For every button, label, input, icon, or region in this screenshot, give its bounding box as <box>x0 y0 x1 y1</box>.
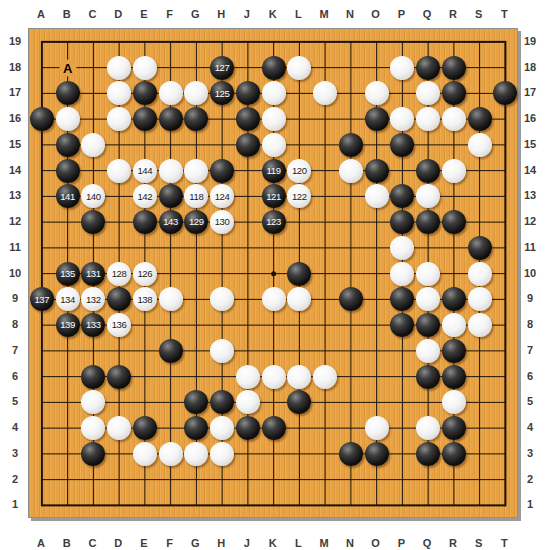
point-H13[interactable]: 124 <box>209 184 235 210</box>
point-H18[interactable]: 127 <box>209 55 235 81</box>
point-E18[interactable] <box>132 55 158 81</box>
point-O11[interactable] <box>364 235 390 261</box>
point-E19[interactable] <box>132 29 158 55</box>
point-A5[interactable] <box>29 390 55 416</box>
point-O4[interactable] <box>364 415 390 441</box>
point-D6[interactable] <box>106 364 132 390</box>
point-H15[interactable] <box>209 132 235 158</box>
point-M8[interactable] <box>312 312 338 338</box>
point-C9[interactable]: 132 <box>81 287 107 313</box>
point-R2[interactable] <box>441 467 467 493</box>
point-G7[interactable] <box>184 338 210 364</box>
point-Q13[interactable] <box>415 184 441 210</box>
point-M16[interactable] <box>312 106 338 132</box>
point-B1[interactable] <box>55 493 81 519</box>
point-N8[interactable] <box>338 312 364 338</box>
point-H8[interactable] <box>209 312 235 338</box>
point-A13[interactable] <box>29 184 55 210</box>
point-E3[interactable] <box>132 441 158 467</box>
point-S2[interactable] <box>467 467 493 493</box>
point-F18[interactable] <box>158 55 184 81</box>
point-P8[interactable] <box>390 312 416 338</box>
point-F3[interactable] <box>158 441 184 467</box>
point-L9[interactable] <box>287 287 313 313</box>
point-E12[interactable] <box>132 209 158 235</box>
point-L19[interactable] <box>287 29 313 55</box>
point-Q14[interactable] <box>415 158 441 184</box>
point-T15[interactable] <box>493 132 519 158</box>
point-R3[interactable] <box>441 441 467 467</box>
point-E15[interactable] <box>132 132 158 158</box>
point-F13[interactable] <box>158 184 184 210</box>
point-M3[interactable] <box>312 441 338 467</box>
point-Q18[interactable] <box>415 55 441 81</box>
point-Q7[interactable] <box>415 338 441 364</box>
point-S4[interactable] <box>467 415 493 441</box>
point-E10[interactable]: 126 <box>132 261 158 287</box>
point-R11[interactable] <box>441 235 467 261</box>
point-S8[interactable] <box>467 312 493 338</box>
point-S11[interactable] <box>467 235 493 261</box>
point-H19[interactable] <box>209 29 235 55</box>
point-S19[interactable] <box>467 29 493 55</box>
point-T16[interactable] <box>493 106 519 132</box>
point-T7[interactable] <box>493 338 519 364</box>
point-D15[interactable] <box>106 132 132 158</box>
point-J11[interactable] <box>235 235 261 261</box>
point-A9[interactable]: 137 <box>29 287 55 313</box>
point-F5[interactable] <box>158 390 184 416</box>
point-L2[interactable] <box>287 467 313 493</box>
point-J10[interactable] <box>235 261 261 287</box>
point-K13[interactable]: 121 <box>261 184 287 210</box>
point-O14[interactable] <box>364 158 390 184</box>
point-T5[interactable] <box>493 390 519 416</box>
point-F12[interactable]: 143 <box>158 209 184 235</box>
point-L8[interactable] <box>287 312 313 338</box>
point-D9[interactable] <box>106 287 132 313</box>
point-F19[interactable] <box>158 29 184 55</box>
point-A14[interactable] <box>29 158 55 184</box>
point-K16[interactable] <box>261 106 287 132</box>
point-O1[interactable] <box>364 493 390 519</box>
point-J19[interactable] <box>235 29 261 55</box>
point-E6[interactable] <box>132 364 158 390</box>
point-Q16[interactable] <box>415 106 441 132</box>
point-D2[interactable] <box>106 467 132 493</box>
point-Q4[interactable] <box>415 415 441 441</box>
point-C3[interactable] <box>81 441 107 467</box>
point-T19[interactable] <box>493 29 519 55</box>
point-K2[interactable] <box>261 467 287 493</box>
point-M9[interactable] <box>312 287 338 313</box>
point-A2[interactable] <box>29 467 55 493</box>
point-J18[interactable] <box>235 55 261 81</box>
point-E16[interactable] <box>132 106 158 132</box>
point-O16[interactable] <box>364 106 390 132</box>
point-K12[interactable]: 123 <box>261 209 287 235</box>
point-K15[interactable] <box>261 132 287 158</box>
point-H6[interactable] <box>209 364 235 390</box>
point-G4[interactable] <box>184 415 210 441</box>
point-B14[interactable] <box>55 158 81 184</box>
point-G17[interactable] <box>184 81 210 107</box>
point-L1[interactable] <box>287 493 313 519</box>
point-N4[interactable] <box>338 415 364 441</box>
point-A4[interactable] <box>29 415 55 441</box>
point-G11[interactable] <box>184 235 210 261</box>
point-O12[interactable] <box>364 209 390 235</box>
point-L17[interactable] <box>287 81 313 107</box>
point-S15[interactable] <box>467 132 493 158</box>
point-M6[interactable] <box>312 364 338 390</box>
point-A17[interactable] <box>29 81 55 107</box>
point-L18[interactable] <box>287 55 313 81</box>
point-A7[interactable] <box>29 338 55 364</box>
point-Q6[interactable] <box>415 364 441 390</box>
point-G3[interactable] <box>184 441 210 467</box>
point-C2[interactable] <box>81 467 107 493</box>
point-E9[interactable]: 138 <box>132 287 158 313</box>
point-J7[interactable] <box>235 338 261 364</box>
point-B7[interactable] <box>55 338 81 364</box>
point-B19[interactable] <box>55 29 81 55</box>
point-P7[interactable] <box>390 338 416 364</box>
point-M11[interactable] <box>312 235 338 261</box>
point-D19[interactable] <box>106 29 132 55</box>
point-J4[interactable] <box>235 415 261 441</box>
point-C12[interactable] <box>81 209 107 235</box>
point-P2[interactable] <box>390 467 416 493</box>
point-J15[interactable] <box>235 132 261 158</box>
point-T12[interactable] <box>493 209 519 235</box>
point-L4[interactable] <box>287 415 313 441</box>
point-B3[interactable] <box>55 441 81 467</box>
point-A12[interactable] <box>29 209 55 235</box>
point-F15[interactable] <box>158 132 184 158</box>
point-D7[interactable] <box>106 338 132 364</box>
point-E17[interactable] <box>132 81 158 107</box>
point-T1[interactable] <box>493 493 519 519</box>
point-J1[interactable] <box>235 493 261 519</box>
point-N19[interactable] <box>338 29 364 55</box>
point-C18[interactable] <box>81 55 107 81</box>
point-S14[interactable] <box>467 158 493 184</box>
point-C1[interactable] <box>81 493 107 519</box>
point-D5[interactable] <box>106 390 132 416</box>
point-E11[interactable] <box>132 235 158 261</box>
point-G15[interactable] <box>184 132 210 158</box>
point-R18[interactable] <box>441 55 467 81</box>
point-P3[interactable] <box>390 441 416 467</box>
point-G12[interactable]: 129 <box>184 209 210 235</box>
point-K6[interactable] <box>261 364 287 390</box>
point-Q8[interactable] <box>415 312 441 338</box>
point-S10[interactable] <box>467 261 493 287</box>
point-A16[interactable] <box>29 106 55 132</box>
point-J6[interactable] <box>235 364 261 390</box>
point-J12[interactable] <box>235 209 261 235</box>
point-N16[interactable] <box>338 106 364 132</box>
point-A15[interactable] <box>29 132 55 158</box>
point-C10[interactable]: 131 <box>81 261 107 287</box>
point-T6[interactable] <box>493 364 519 390</box>
point-K8[interactable] <box>261 312 287 338</box>
point-K11[interactable] <box>261 235 287 261</box>
point-A6[interactable] <box>29 364 55 390</box>
point-M15[interactable] <box>312 132 338 158</box>
point-S5[interactable] <box>467 390 493 416</box>
point-C7[interactable] <box>81 338 107 364</box>
point-F9[interactable] <box>158 287 184 313</box>
point-Q11[interactable] <box>415 235 441 261</box>
point-C19[interactable] <box>81 29 107 55</box>
point-G18[interactable] <box>184 55 210 81</box>
point-P14[interactable] <box>390 158 416 184</box>
point-B4[interactable] <box>55 415 81 441</box>
point-R16[interactable] <box>441 106 467 132</box>
point-L14[interactable]: 120 <box>287 158 313 184</box>
point-T18[interactable] <box>493 55 519 81</box>
point-P1[interactable] <box>390 493 416 519</box>
point-B13[interactable]: 141 <box>55 184 81 210</box>
point-F6[interactable] <box>158 364 184 390</box>
point-O7[interactable] <box>364 338 390 364</box>
point-S6[interactable] <box>467 364 493 390</box>
point-N3[interactable] <box>338 441 364 467</box>
point-R12[interactable] <box>441 209 467 235</box>
point-O5[interactable] <box>364 390 390 416</box>
point-N5[interactable] <box>338 390 364 416</box>
point-D10[interactable]: 128 <box>106 261 132 287</box>
point-G13[interactable]: 118 <box>184 184 210 210</box>
point-O3[interactable] <box>364 441 390 467</box>
point-T9[interactable] <box>493 287 519 313</box>
point-N14[interactable] <box>338 158 364 184</box>
point-K7[interactable] <box>261 338 287 364</box>
point-K1[interactable] <box>261 493 287 519</box>
point-O10[interactable] <box>364 261 390 287</box>
point-O8[interactable] <box>364 312 390 338</box>
point-M18[interactable] <box>312 55 338 81</box>
point-R19[interactable] <box>441 29 467 55</box>
point-O15[interactable] <box>364 132 390 158</box>
point-C14[interactable] <box>81 158 107 184</box>
point-N17[interactable] <box>338 81 364 107</box>
point-A3[interactable] <box>29 441 55 467</box>
point-H14[interactable] <box>209 158 235 184</box>
point-F4[interactable] <box>158 415 184 441</box>
point-H17[interactable]: 125 <box>209 81 235 107</box>
point-D3[interactable] <box>106 441 132 467</box>
point-M14[interactable] <box>312 158 338 184</box>
point-R9[interactable] <box>441 287 467 313</box>
point-S16[interactable] <box>467 106 493 132</box>
point-T17[interactable] <box>493 81 519 107</box>
point-D1[interactable] <box>106 493 132 519</box>
point-Q17[interactable] <box>415 81 441 107</box>
point-L16[interactable] <box>287 106 313 132</box>
point-N18[interactable] <box>338 55 364 81</box>
point-K17[interactable] <box>261 81 287 107</box>
point-A10[interactable] <box>29 261 55 287</box>
point-R1[interactable] <box>441 493 467 519</box>
point-G16[interactable] <box>184 106 210 132</box>
point-P13[interactable] <box>390 184 416 210</box>
point-M17[interactable] <box>312 81 338 107</box>
point-B5[interactable] <box>55 390 81 416</box>
point-L7[interactable] <box>287 338 313 364</box>
point-N15[interactable] <box>338 132 364 158</box>
point-H2[interactable] <box>209 467 235 493</box>
point-T10[interactable] <box>493 261 519 287</box>
point-F17[interactable] <box>158 81 184 107</box>
point-D17[interactable] <box>106 81 132 107</box>
point-C8[interactable]: 133 <box>81 312 107 338</box>
point-S9[interactable] <box>467 287 493 313</box>
point-H4[interactable] <box>209 415 235 441</box>
point-G10[interactable] <box>184 261 210 287</box>
point-B2[interactable] <box>55 467 81 493</box>
point-F8[interactable] <box>158 312 184 338</box>
point-H7[interactable] <box>209 338 235 364</box>
point-J2[interactable] <box>235 467 261 493</box>
point-O2[interactable] <box>364 467 390 493</box>
point-R10[interactable] <box>441 261 467 287</box>
point-E13[interactable]: 142 <box>132 184 158 210</box>
point-G1[interactable] <box>184 493 210 519</box>
point-L11[interactable] <box>287 235 313 261</box>
point-K10[interactable] <box>261 261 287 287</box>
point-H9[interactable] <box>209 287 235 313</box>
point-P6[interactable] <box>390 364 416 390</box>
point-E14[interactable]: 144 <box>132 158 158 184</box>
point-K18[interactable] <box>261 55 287 81</box>
point-N2[interactable] <box>338 467 364 493</box>
point-P16[interactable] <box>390 106 416 132</box>
point-H5[interactable] <box>209 390 235 416</box>
point-G5[interactable] <box>184 390 210 416</box>
point-J8[interactable] <box>235 312 261 338</box>
point-P10[interactable] <box>390 261 416 287</box>
point-Q15[interactable] <box>415 132 441 158</box>
point-S3[interactable] <box>467 441 493 467</box>
point-B17[interactable] <box>55 81 81 107</box>
point-C13[interactable]: 140 <box>81 184 107 210</box>
point-M12[interactable] <box>312 209 338 235</box>
point-J3[interactable] <box>235 441 261 467</box>
point-B16[interactable] <box>55 106 81 132</box>
point-P4[interactable] <box>390 415 416 441</box>
point-P18[interactable] <box>390 55 416 81</box>
point-A11[interactable] <box>29 235 55 261</box>
point-D16[interactable] <box>106 106 132 132</box>
point-O19[interactable] <box>364 29 390 55</box>
point-E7[interactable] <box>132 338 158 364</box>
point-F14[interactable] <box>158 158 184 184</box>
point-N9[interactable] <box>338 287 364 313</box>
point-C15[interactable] <box>81 132 107 158</box>
point-T13[interactable] <box>493 184 519 210</box>
point-E1[interactable] <box>132 493 158 519</box>
point-M2[interactable] <box>312 467 338 493</box>
point-C17[interactable] <box>81 81 107 107</box>
point-P19[interactable] <box>390 29 416 55</box>
point-A1[interactable] <box>29 493 55 519</box>
point-S12[interactable] <box>467 209 493 235</box>
point-B10[interactable]: 135 <box>55 261 81 287</box>
point-D18[interactable] <box>106 55 132 81</box>
point-B11[interactable] <box>55 235 81 261</box>
point-F1[interactable] <box>158 493 184 519</box>
point-M5[interactable] <box>312 390 338 416</box>
point-A8[interactable] <box>29 312 55 338</box>
point-L3[interactable] <box>287 441 313 467</box>
point-A19[interactable] <box>29 29 55 55</box>
point-E2[interactable] <box>132 467 158 493</box>
point-O17[interactable] <box>364 81 390 107</box>
point-J5[interactable] <box>235 390 261 416</box>
point-D14[interactable] <box>106 158 132 184</box>
point-C4[interactable] <box>81 415 107 441</box>
point-T4[interactable] <box>493 415 519 441</box>
point-H3[interactable] <box>209 441 235 467</box>
point-C6[interactable] <box>81 364 107 390</box>
point-S7[interactable] <box>467 338 493 364</box>
point-M1[interactable] <box>312 493 338 519</box>
point-H1[interactable] <box>209 493 235 519</box>
point-E8[interactable] <box>132 312 158 338</box>
point-R7[interactable] <box>441 338 467 364</box>
point-M4[interactable] <box>312 415 338 441</box>
point-N13[interactable] <box>338 184 364 210</box>
point-K14[interactable]: 119 <box>261 158 287 184</box>
point-R5[interactable] <box>441 390 467 416</box>
point-D8[interactable]: 136 <box>106 312 132 338</box>
point-Q1[interactable] <box>415 493 441 519</box>
point-K19[interactable] <box>261 29 287 55</box>
point-Q12[interactable] <box>415 209 441 235</box>
point-J14[interactable] <box>235 158 261 184</box>
point-C5[interactable] <box>81 390 107 416</box>
point-S13[interactable] <box>467 184 493 210</box>
point-F11[interactable] <box>158 235 184 261</box>
point-R17[interactable] <box>441 81 467 107</box>
point-R8[interactable] <box>441 312 467 338</box>
point-N11[interactable] <box>338 235 364 261</box>
point-B6[interactable] <box>55 364 81 390</box>
point-M19[interactable] <box>312 29 338 55</box>
point-G8[interactable] <box>184 312 210 338</box>
point-Q10[interactable] <box>415 261 441 287</box>
point-L12[interactable] <box>287 209 313 235</box>
point-T8[interactable] <box>493 312 519 338</box>
point-K3[interactable] <box>261 441 287 467</box>
point-F7[interactable] <box>158 338 184 364</box>
point-E4[interactable] <box>132 415 158 441</box>
point-L6[interactable] <box>287 364 313 390</box>
point-N7[interactable] <box>338 338 364 364</box>
point-L10[interactable] <box>287 261 313 287</box>
point-B18[interactable]: A <box>55 55 81 81</box>
point-B12[interactable] <box>55 209 81 235</box>
point-D13[interactable] <box>106 184 132 210</box>
point-M7[interactable] <box>312 338 338 364</box>
point-S18[interactable] <box>467 55 493 81</box>
point-M13[interactable] <box>312 184 338 210</box>
point-A18[interactable] <box>29 55 55 81</box>
point-R14[interactable] <box>441 158 467 184</box>
